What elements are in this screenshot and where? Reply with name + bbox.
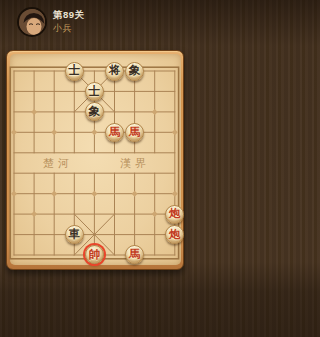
piece-black-general[interactable]: 将	[105, 62, 124, 81]
piece-black-advisor-1[interactable]: 士	[65, 62, 84, 81]
piece-red-general[interactable]: 帥	[85, 245, 104, 264]
pieces-layer: 士将象士象車馬馬炮炮帥馬	[4, 61, 185, 265]
xiangqi-board: 楚河 漢界 士将象士象車馬馬炮炮帥馬	[6, 50, 184, 270]
level-label: 第89关	[53, 9, 85, 22]
piece-black-elephant-1[interactable]: 象	[125, 62, 144, 81]
piece-red-horse-2[interactable]: 馬	[125, 123, 144, 142]
piece-red-horse-1[interactable]: 馬	[105, 123, 124, 142]
top-bar: 第89关 小兵	[0, 0, 190, 46]
piece-black-advisor-2[interactable]: 士	[85, 82, 104, 101]
piece-black-chariot[interactable]: 車	[65, 225, 84, 244]
avatar-face-icon	[19, 9, 47, 37]
piece-black-elephant-2[interactable]: 象	[85, 102, 104, 121]
player-avatar[interactable]	[17, 7, 47, 37]
piece-red-cannon-1[interactable]: 炮	[165, 205, 184, 224]
piece-red-cannon-2[interactable]: 炮	[165, 225, 184, 244]
player-rank-label: 小兵	[53, 22, 72, 35]
screen: { "game": "xiangqi", "header": { "level"…	[0, 0, 190, 337]
piece-red-horse-3[interactable]: 馬	[125, 245, 144, 264]
bottom-bar: 步数:0	[0, 270, 190, 337]
